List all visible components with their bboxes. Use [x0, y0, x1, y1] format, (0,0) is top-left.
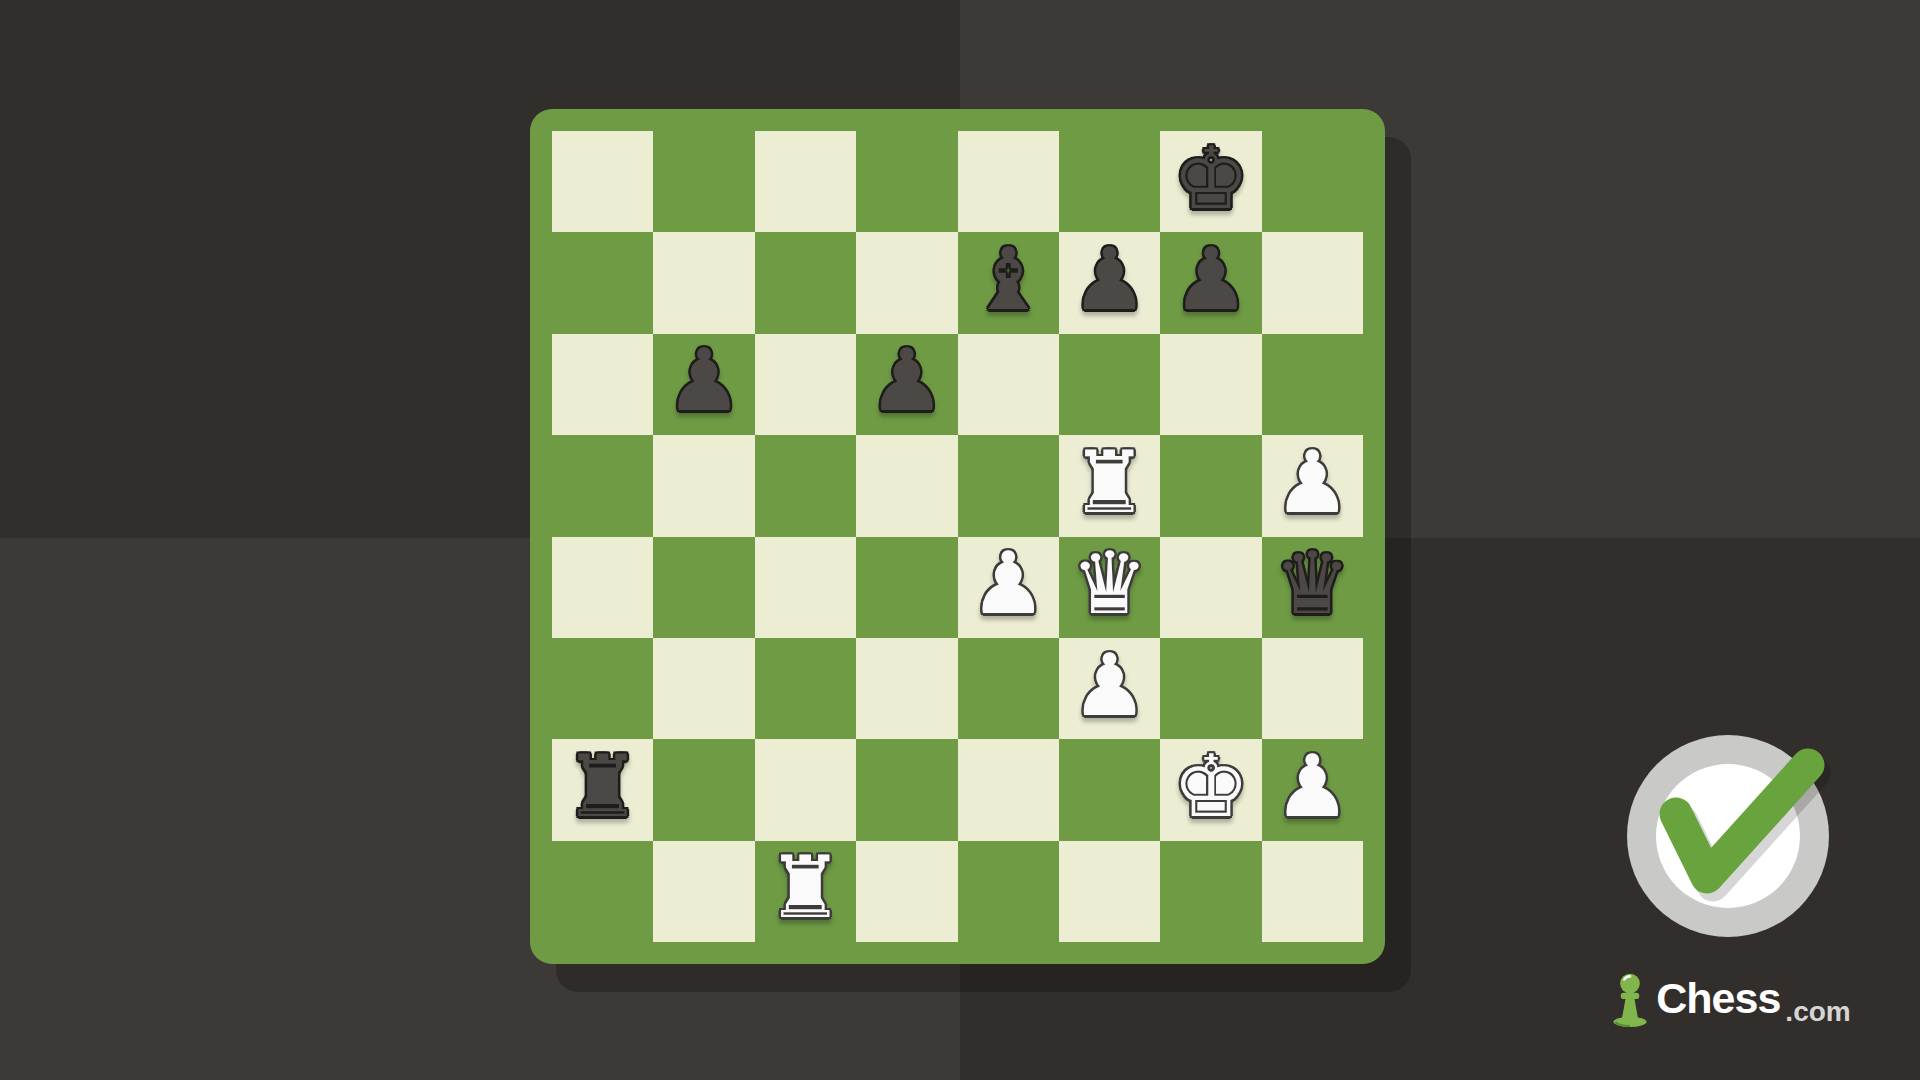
- square-g3[interactable]: [1160, 638, 1261, 739]
- square-c8[interactable]: [755, 131, 856, 232]
- square-f2[interactable]: [1059, 739, 1160, 840]
- square-h4[interactable]: ♛: [1262, 537, 1363, 638]
- white-rook[interactable]: ♜: [1071, 439, 1148, 525]
- square-e2[interactable]: [958, 739, 1059, 840]
- white-pawn[interactable]: ♟: [1071, 642, 1148, 728]
- square-g1[interactable]: [1160, 841, 1261, 942]
- square-d5[interactable]: [856, 435, 957, 536]
- checkmark-icon: [1598, 706, 1858, 966]
- white-queen[interactable]: ♛: [1071, 540, 1148, 626]
- square-d6[interactable]: ♟: [856, 334, 957, 435]
- square-g4[interactable]: [1160, 537, 1261, 638]
- square-d7[interactable]: [856, 232, 957, 333]
- white-pawn[interactable]: ♟: [970, 540, 1047, 626]
- square-d2[interactable]: [856, 739, 957, 840]
- square-e4[interactable]: ♟: [958, 537, 1059, 638]
- square-g6[interactable]: [1160, 334, 1261, 435]
- black-pawn[interactable]: ♟: [666, 337, 743, 423]
- square-a5[interactable]: [552, 435, 653, 536]
- square-g5[interactable]: [1160, 435, 1261, 536]
- square-f4[interactable]: ♛: [1059, 537, 1160, 638]
- square-e7[interactable]: ♝: [958, 232, 1059, 333]
- square-b2[interactable]: [653, 739, 754, 840]
- square-b8[interactable]: [653, 131, 754, 232]
- white-pawn[interactable]: ♟: [1274, 743, 1351, 829]
- white-king[interactable]: ♚: [1172, 743, 1249, 829]
- square-c6[interactable]: [755, 334, 856, 435]
- square-a6[interactable]: [552, 334, 653, 435]
- square-h3[interactable]: [1262, 638, 1363, 739]
- black-bishop[interactable]: ♝: [970, 236, 1047, 322]
- square-h6[interactable]: [1262, 334, 1363, 435]
- square-b5[interactable]: [653, 435, 754, 536]
- square-e5[interactable]: [958, 435, 1059, 536]
- square-f7[interactable]: ♟: [1059, 232, 1160, 333]
- square-g7[interactable]: ♟: [1160, 232, 1261, 333]
- black-rook[interactable]: ♜: [564, 743, 641, 829]
- square-c1[interactable]: ♜: [755, 841, 856, 942]
- square-e3[interactable]: [958, 638, 1059, 739]
- square-a2[interactable]: ♜: [552, 739, 653, 840]
- square-f3[interactable]: ♟: [1059, 638, 1160, 739]
- square-c5[interactable]: [755, 435, 856, 536]
- square-d1[interactable]: [856, 841, 957, 942]
- black-king[interactable]: ♚: [1172, 135, 1249, 221]
- square-a8[interactable]: [552, 131, 653, 232]
- square-d4[interactable]: [856, 537, 957, 638]
- square-f8[interactable]: [1059, 131, 1160, 232]
- square-f6[interactable]: [1059, 334, 1160, 435]
- square-f1[interactable]: [1059, 841, 1160, 942]
- black-queen[interactable]: ♛: [1274, 540, 1351, 626]
- square-e1[interactable]: [958, 841, 1059, 942]
- square-a4[interactable]: [552, 537, 653, 638]
- square-a7[interactable]: [552, 232, 653, 333]
- square-h8[interactable]: [1262, 131, 1363, 232]
- square-b3[interactable]: [653, 638, 754, 739]
- chess-board[interactable]: ♚♝♟♟♟♟♜♟♟♛♛♟♜♚♟♜: [530, 109, 1385, 964]
- black-pawn[interactable]: ♟: [1172, 236, 1249, 322]
- square-h2[interactable]: ♟: [1262, 739, 1363, 840]
- logo-text-chess: Chess: [1656, 974, 1780, 1023]
- square-h7[interactable]: [1262, 232, 1363, 333]
- square-b4[interactable]: [653, 537, 754, 638]
- black-pawn[interactable]: ♟: [1071, 236, 1148, 322]
- square-f5[interactable]: ♜: [1059, 435, 1160, 536]
- square-h5[interactable]: ♟: [1262, 435, 1363, 536]
- square-c4[interactable]: [755, 537, 856, 638]
- square-b7[interactable]: [653, 232, 754, 333]
- square-h1[interactable]: [1262, 841, 1363, 942]
- board-grid[interactable]: ♚♝♟♟♟♟♜♟♟♛♛♟♜♚♟♜: [552, 131, 1363, 942]
- square-c3[interactable]: [755, 638, 856, 739]
- square-c2[interactable]: [755, 739, 856, 840]
- white-rook[interactable]: ♜: [767, 844, 844, 930]
- square-e8[interactable]: [958, 131, 1059, 232]
- square-b6[interactable]: ♟: [653, 334, 754, 435]
- black-pawn[interactable]: ♟: [868, 337, 945, 423]
- logo-text-com: .com: [1785, 996, 1850, 1034]
- solved-checkmark-badge: [1598, 706, 1858, 966]
- square-a1[interactable]: [552, 841, 653, 942]
- square-g8[interactable]: ♚: [1160, 131, 1261, 232]
- square-a3[interactable]: [552, 638, 653, 739]
- square-b1[interactable]: [653, 841, 754, 942]
- chesscom-logo: Chess .com: [1570, 962, 1890, 1034]
- square-d8[interactable]: [856, 131, 957, 232]
- square-c7[interactable]: [755, 232, 856, 333]
- chesscom-pawn-icon: [1609, 969, 1651, 1027]
- white-pawn[interactable]: ♟: [1274, 439, 1351, 525]
- square-g2[interactable]: ♚: [1160, 739, 1261, 840]
- square-e6[interactable]: [958, 334, 1059, 435]
- square-d3[interactable]: [856, 638, 957, 739]
